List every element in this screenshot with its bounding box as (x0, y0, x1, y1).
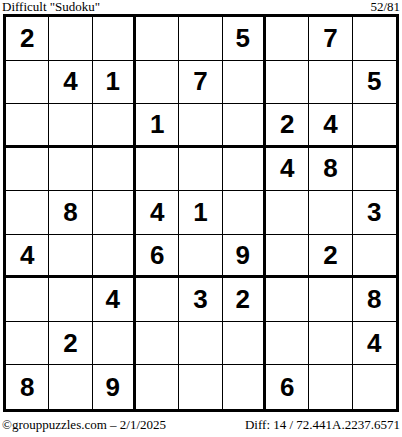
cell-r9c4[interactable] (136, 365, 179, 409)
cell-r2c6[interactable] (223, 61, 266, 105)
cell-r8c8[interactable] (309, 322, 352, 366)
cell-r3c4[interactable]: 1 (136, 104, 179, 148)
cell-r3c5[interactable] (179, 104, 222, 148)
cell-r4c7[interactable]: 4 (266, 148, 309, 192)
cell-r8c4[interactable] (136, 322, 179, 366)
cell-r6c3[interactable] (93, 235, 136, 279)
cell-r6c5[interactable] (179, 235, 222, 279)
cell-r9c7[interactable]: 6 (266, 365, 309, 409)
cell-r4c5[interactable] (179, 148, 222, 192)
cell-r7c5[interactable]: 3 (179, 278, 222, 322)
cell-r4c4[interactable] (136, 148, 179, 192)
cell-r1c1[interactable]: 2 (6, 17, 49, 61)
copyright-text: ©grouppuzzles.com – 2/1/2025 (2, 417, 166, 433)
cell-r4c2[interactable] (49, 148, 92, 192)
cell-r6c4[interactable]: 6 (136, 235, 179, 279)
cell-r5c7[interactable] (266, 191, 309, 235)
cell-r9c5[interactable] (179, 365, 222, 409)
cell-r8c6[interactable] (223, 322, 266, 366)
cell-r7c6[interactable]: 2 (223, 278, 266, 322)
cell-r8c7[interactable] (266, 322, 309, 366)
cell-r7c9[interactable]: 8 (353, 278, 396, 322)
cell-r4c3[interactable] (93, 148, 136, 192)
cell-r2c3[interactable]: 1 (93, 61, 136, 105)
cell-r5c9[interactable]: 3 (353, 191, 396, 235)
cell-r1c7[interactable] (266, 17, 309, 61)
cell-r1c3[interactable] (93, 17, 136, 61)
sudoku-board: 25741751244884134692432824896 (3, 14, 399, 412)
cell-r9c8[interactable] (309, 365, 352, 409)
cell-r2c1[interactable] (6, 61, 49, 105)
cell-r5c4[interactable]: 4 (136, 191, 179, 235)
cell-r2c5[interactable]: 7 (179, 61, 222, 105)
cell-r8c3[interactable] (93, 322, 136, 366)
cell-r4c9[interactable] (353, 148, 396, 192)
cell-r1c8[interactable]: 7 (309, 17, 352, 61)
cell-r3c3[interactable] (93, 104, 136, 148)
cell-r4c1[interactable] (6, 148, 49, 192)
cell-r1c6[interactable]: 5 (223, 17, 266, 61)
cell-r1c2[interactable] (49, 17, 92, 61)
cell-r5c3[interactable] (93, 191, 136, 235)
cell-r9c9[interactable] (353, 365, 396, 409)
cell-r6c9[interactable] (353, 235, 396, 279)
cell-r8c9[interactable]: 4 (353, 322, 396, 366)
cell-r8c5[interactable] (179, 322, 222, 366)
cell-r9c2[interactable] (49, 365, 92, 409)
cell-r7c1[interactable] (6, 278, 49, 322)
cell-r6c8[interactable]: 2 (309, 235, 352, 279)
cell-r3c1[interactable] (6, 104, 49, 148)
cell-r3c6[interactable] (223, 104, 266, 148)
cell-r7c7[interactable] (266, 278, 309, 322)
cell-r1c9[interactable] (353, 17, 396, 61)
page-title: Difficult "Sudoku" (2, 0, 100, 14)
cell-r4c6[interactable] (223, 148, 266, 192)
cell-r2c8[interactable] (309, 61, 352, 105)
cell-r8c2[interactable]: 2 (49, 322, 92, 366)
cell-r6c1[interactable]: 4 (6, 235, 49, 279)
cell-r9c1[interactable]: 8 (6, 365, 49, 409)
cell-r2c7[interactable] (266, 61, 309, 105)
difficulty-text: Diff: 14 / 72.441A.2237.6571 (245, 417, 400, 433)
cell-r7c3[interactable]: 4 (93, 278, 136, 322)
cell-r2c9[interactable]: 5 (353, 61, 396, 105)
cell-r3c7[interactable]: 2 (266, 104, 309, 148)
cell-r3c2[interactable] (49, 104, 92, 148)
cell-r5c5[interactable]: 1 (179, 191, 222, 235)
cell-r5c6[interactable] (223, 191, 266, 235)
cell-r1c4[interactable] (136, 17, 179, 61)
cell-r4c8[interactable]: 8 (309, 148, 352, 192)
cell-r6c6[interactable]: 9 (223, 235, 266, 279)
cell-r5c1[interactable] (6, 191, 49, 235)
cell-r2c4[interactable] (136, 61, 179, 105)
cell-r7c4[interactable] (136, 278, 179, 322)
cell-r5c8[interactable] (309, 191, 352, 235)
footer: ©grouppuzzles.com – 2/1/2025 Diff: 14 / … (2, 417, 400, 435)
cell-r7c8[interactable] (309, 278, 352, 322)
cell-r8c1[interactable] (6, 322, 49, 366)
header: Difficult "Sudoku" 52/81 (2, 0, 400, 14)
empty-cells-counter: 52/81 (370, 0, 400, 14)
cell-r9c3[interactable]: 9 (93, 365, 136, 409)
cell-r7c2[interactable] (49, 278, 92, 322)
cell-r9c6[interactable] (223, 365, 266, 409)
cell-r6c2[interactable] (49, 235, 92, 279)
cell-r3c9[interactable] (353, 104, 396, 148)
cell-r6c7[interactable] (266, 235, 309, 279)
sudoku-page: Difficult "Sudoku" 52/81 257417512448841… (0, 0, 402, 437)
cell-r1c5[interactable] (179, 17, 222, 61)
cell-r5c2[interactable]: 8 (49, 191, 92, 235)
cell-r2c2[interactable]: 4 (49, 61, 92, 105)
cell-r3c8[interactable]: 4 (309, 104, 352, 148)
